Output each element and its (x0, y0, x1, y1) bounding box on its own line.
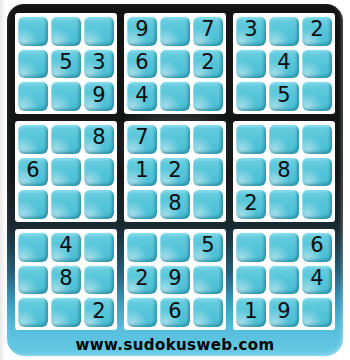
sudoku-cell-r9c7[interactable]: 1 (236, 297, 266, 327)
box-r3c1: 482 (15, 229, 117, 330)
given-digit: 7 (201, 19, 214, 40)
box-r2c2: 7128 (124, 121, 226, 222)
sudoku-cell-r6c5[interactable]: 8 (160, 189, 190, 219)
box-r1c2: 97624 (124, 13, 226, 114)
sudoku-cell-r7c1[interactable] (18, 232, 48, 262)
sudoku-cell-r8c8[interactable] (269, 265, 299, 295)
sudoku-cell-r5c6[interactable] (193, 157, 223, 187)
sudoku-cell-r1c7[interactable]: 3 (236, 16, 266, 46)
given-digit: 6 (135, 52, 148, 73)
given-digit: 8 (92, 127, 105, 148)
box-r2c3: 82 (233, 121, 335, 222)
sudoku-cell-r1c4[interactable]: 9 (127, 16, 157, 46)
given-digit: 5 (59, 52, 72, 73)
box-r1c1: 539 (15, 13, 117, 114)
given-digit: 6 (26, 160, 39, 181)
sudoku-cell-r7c3[interactable] (84, 232, 114, 262)
given-digit: 9 (135, 19, 148, 40)
sudoku-cell-r1c6[interactable]: 7 (193, 16, 223, 46)
sudoku-cell-r6c8[interactable] (269, 189, 299, 219)
sudoku-cell-r3c7[interactable] (236, 81, 266, 111)
sudoku-cell-r2c6[interactable]: 2 (193, 49, 223, 79)
sudoku-cell-r5c7[interactable] (236, 157, 266, 187)
sudoku-cell-r8c5[interactable]: 9 (160, 265, 190, 295)
sudoku-cell-r1c1[interactable] (18, 16, 48, 46)
sudoku-cell-r9c1[interactable] (18, 297, 48, 327)
sudoku-cell-r6c6[interactable] (193, 189, 223, 219)
sudoku-cell-r5c1[interactable]: 6 (18, 157, 48, 187)
sudoku-cell-r4c6[interactable] (193, 124, 223, 154)
sudoku-cell-r7c6[interactable]: 5 (193, 232, 223, 262)
sudoku-cell-r7c2[interactable]: 4 (51, 232, 81, 262)
sudoku-cell-r5c8[interactable]: 8 (269, 157, 299, 187)
given-digit: 6 (310, 235, 323, 256)
sudoku-cell-r5c5[interactable]: 2 (160, 157, 190, 187)
sudoku-cell-r1c5[interactable] (160, 16, 190, 46)
sudoku-cell-r8c7[interactable] (236, 265, 266, 295)
sudoku-cell-r6c2[interactable] (51, 189, 81, 219)
given-digit: 1 (135, 160, 148, 181)
sudoku-board: 5399762432458671288248252966419 (15, 13, 335, 330)
box-r2c1: 86 (15, 121, 117, 222)
sudoku-cell-r4c4[interactable]: 7 (127, 124, 157, 154)
sudoku-cell-r3c5[interactable] (160, 81, 190, 111)
given-digit: 8 (59, 268, 72, 289)
sudoku-cell-r7c9[interactable]: 6 (302, 232, 332, 262)
sudoku-cell-r2c8[interactable]: 4 (269, 49, 299, 79)
given-digit: 9 (277, 301, 290, 322)
sudoku-cell-r2c5[interactable] (160, 49, 190, 79)
sudoku-cell-r8c4[interactable]: 2 (127, 265, 157, 295)
sudoku-cell-r4c7[interactable] (236, 124, 266, 154)
given-digit: 2 (168, 160, 181, 181)
sudoku-cell-r9c8[interactable]: 9 (269, 297, 299, 327)
sudoku-cell-r6c7[interactable]: 2 (236, 189, 266, 219)
given-digit: 5 (201, 235, 214, 256)
given-digit: 3 (92, 52, 105, 73)
sudoku-cell-r1c9[interactable]: 2 (302, 16, 332, 46)
given-digit: 7 (135, 127, 148, 148)
sudoku-cell-r2c7[interactable] (236, 49, 266, 79)
sudoku-cell-r2c1[interactable] (18, 49, 48, 79)
sudoku-cell-r6c3[interactable] (84, 189, 114, 219)
given-digit: 4 (310, 268, 323, 289)
given-digit: 6 (168, 301, 181, 322)
sudoku-cell-r5c9[interactable] (302, 157, 332, 187)
given-digit: 2 (244, 193, 257, 214)
sudoku-cell-r5c4[interactable]: 1 (127, 157, 157, 187)
sudoku-cell-r7c8[interactable] (269, 232, 299, 262)
sudoku-cell-r1c3[interactable] (84, 16, 114, 46)
given-digit: 2 (310, 19, 323, 40)
sudoku-cell-r9c9[interactable] (302, 297, 332, 327)
sudoku-cell-r5c2[interactable] (51, 157, 81, 187)
sudoku-cell-r1c8[interactable] (269, 16, 299, 46)
sudoku-cell-r7c5[interactable] (160, 232, 190, 262)
sudoku-cell-r5c3[interactable] (84, 157, 114, 187)
sudoku-cell-r9c3[interactable]: 2 (84, 297, 114, 327)
sudoku-cell-r3c2[interactable] (51, 81, 81, 111)
sudoku-cell-r3c4[interactable]: 4 (127, 81, 157, 111)
sudoku-cell-r8c1[interactable] (18, 265, 48, 295)
sudoku-cell-r3c1[interactable] (18, 81, 48, 111)
box-r3c2: 5296 (124, 229, 226, 330)
sudoku-cell-r9c4[interactable] (127, 297, 157, 327)
sudoku-cell-r1c2[interactable] (51, 16, 81, 46)
given-digit: 2 (92, 301, 105, 322)
given-digit: 5 (277, 85, 290, 106)
sudoku-cell-r2c3[interactable]: 3 (84, 49, 114, 79)
board-frame: 5399762432458671288248252966419 www.sudo… (7, 4, 343, 356)
sudoku-cell-r3c9[interactable] (302, 81, 332, 111)
sudoku-cell-r8c9[interactable]: 4 (302, 265, 332, 295)
sudoku-cell-r8c3[interactable] (84, 265, 114, 295)
site-url[interactable]: www.sudokusweb.com (75, 336, 274, 354)
sudoku-cell-r3c6[interactable] (193, 81, 223, 111)
given-digit: 2 (135, 268, 148, 289)
sudoku-cell-r2c4[interactable]: 6 (127, 49, 157, 79)
given-digit: 4 (59, 235, 72, 256)
sudoku-cell-r4c8[interactable] (269, 124, 299, 154)
sudoku-cell-r2c9[interactable] (302, 49, 332, 79)
given-digit: 2 (201, 52, 214, 73)
sudoku-cell-r3c3[interactable]: 9 (84, 81, 114, 111)
given-digit: 4 (135, 85, 148, 106)
sudoku-cell-r3c8[interactable]: 5 (269, 81, 299, 111)
given-digit: 9 (168, 268, 181, 289)
given-digit: 8 (277, 160, 290, 181)
given-digit: 1 (244, 301, 257, 322)
sudoku-cell-r4c9[interactable] (302, 124, 332, 154)
given-digit: 8 (168, 193, 181, 214)
sudoku-cell-r6c4[interactable] (127, 189, 157, 219)
box-r3c3: 6419 (233, 229, 335, 330)
sudoku-page: 5399762432458671288248252966419 www.sudo… (0, 0, 350, 360)
sudoku-cell-r6c9[interactable] (302, 189, 332, 219)
sudoku-cell-r8c6[interactable] (193, 265, 223, 295)
given-digit: 3 (244, 19, 257, 40)
sudoku-cell-r4c1[interactable] (18, 124, 48, 154)
sudoku-cell-r7c7[interactable] (236, 232, 266, 262)
given-digit: 9 (92, 85, 105, 106)
footer-bar: www.sudokusweb.com (15, 330, 335, 359)
sudoku-cell-r7c4[interactable] (127, 232, 157, 262)
sudoku-cell-r8c2[interactable]: 8 (51, 265, 81, 295)
sudoku-cell-r9c6[interactable] (193, 297, 223, 327)
sudoku-cell-r4c2[interactable] (51, 124, 81, 154)
box-r1c3: 3245 (233, 13, 335, 114)
sudoku-cell-r9c5[interactable]: 6 (160, 297, 190, 327)
sudoku-cell-r9c2[interactable] (51, 297, 81, 327)
sudoku-cell-r4c3[interactable]: 8 (84, 124, 114, 154)
sudoku-cell-r2c2[interactable]: 5 (51, 49, 81, 79)
sudoku-cell-r4c5[interactable] (160, 124, 190, 154)
sudoku-cell-r6c1[interactable] (18, 189, 48, 219)
given-digit: 4 (277, 52, 290, 73)
